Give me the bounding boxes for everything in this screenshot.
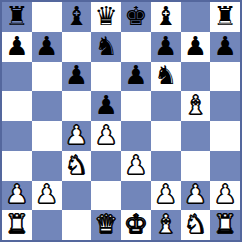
square-h2[interactable]: ♟ xyxy=(210,181,240,211)
piece-black-knight[interactable]: ♞ xyxy=(94,33,117,59)
piece-white-pawn[interactable]: ♟ xyxy=(35,181,58,207)
square-g1[interactable]: ♞ xyxy=(181,210,211,240)
square-g7[interactable]: ♟ xyxy=(181,32,211,62)
square-a6[interactable] xyxy=(2,62,32,92)
piece-black-bishop[interactable]: ♝ xyxy=(154,3,177,29)
piece-white-bishop[interactable]: ♝ xyxy=(154,211,177,237)
square-c8[interactable]: ♝ xyxy=(62,2,92,32)
square-d7[interactable]: ♞ xyxy=(91,32,121,62)
square-a8[interactable]: ♜ xyxy=(2,2,32,32)
square-f3[interactable] xyxy=(151,151,181,181)
piece-black-pawn[interactable]: ♟ xyxy=(124,62,147,88)
piece-white-bishop[interactable]: ♝ xyxy=(184,92,207,118)
square-e5[interactable] xyxy=(121,91,151,121)
piece-white-pawn[interactable]: ♟ xyxy=(5,181,28,207)
piece-black-knight[interactable]: ♞ xyxy=(154,62,177,88)
piece-black-pawn[interactable]: ♟ xyxy=(184,33,207,59)
square-b1[interactable] xyxy=(32,210,62,240)
square-f2[interactable]: ♟ xyxy=(151,181,181,211)
square-g2[interactable]: ♟ xyxy=(181,181,211,211)
piece-black-pawn[interactable]: ♟ xyxy=(94,92,117,118)
piece-white-pawn[interactable]: ♟ xyxy=(65,122,88,148)
square-d6[interactable] xyxy=(91,62,121,92)
piece-white-pawn[interactable]: ♟ xyxy=(124,152,147,178)
piece-black-rook[interactable]: ♜ xyxy=(5,3,28,29)
piece-black-pawn[interactable]: ♟ xyxy=(154,33,177,59)
square-g3[interactable] xyxy=(181,151,211,181)
square-f7[interactable]: ♟ xyxy=(151,32,181,62)
square-b8[interactable] xyxy=(32,2,62,32)
square-e8[interactable]: ♚ xyxy=(121,2,151,32)
piece-black-pawn[interactable]: ♟ xyxy=(213,33,236,59)
square-e2[interactable] xyxy=(121,181,151,211)
square-c1[interactable] xyxy=(62,210,92,240)
piece-white-pawn[interactable]: ♟ xyxy=(184,181,207,207)
square-c4[interactable]: ♟ xyxy=(62,121,92,151)
square-g6[interactable] xyxy=(181,62,211,92)
square-d5[interactable]: ♟ xyxy=(91,91,121,121)
square-e4[interactable] xyxy=(121,121,151,151)
square-g5[interactable]: ♝ xyxy=(181,91,211,121)
square-a2[interactable]: ♟ xyxy=(2,181,32,211)
square-g8[interactable] xyxy=(181,2,211,32)
square-h1[interactable]: ♜ xyxy=(210,210,240,240)
square-d3[interactable] xyxy=(91,151,121,181)
square-c5[interactable] xyxy=(62,91,92,121)
square-b2[interactable]: ♟ xyxy=(32,181,62,211)
square-e3[interactable]: ♟ xyxy=(121,151,151,181)
square-a5[interactable] xyxy=(2,91,32,121)
square-e7[interactable] xyxy=(121,32,151,62)
square-a3[interactable] xyxy=(2,151,32,181)
square-h6[interactable] xyxy=(210,62,240,92)
piece-white-king[interactable]: ♚ xyxy=(124,211,147,237)
square-b5[interactable] xyxy=(32,91,62,121)
square-h3[interactable] xyxy=(210,151,240,181)
piece-black-king[interactable]: ♚ xyxy=(124,3,147,29)
square-d8[interactable]: ♛ xyxy=(91,2,121,32)
square-d1[interactable]: ♛ xyxy=(91,210,121,240)
piece-black-pawn[interactable]: ♟ xyxy=(5,33,28,59)
square-d4[interactable]: ♟ xyxy=(91,121,121,151)
piece-white-pawn[interactable]: ♟ xyxy=(154,181,177,207)
square-c7[interactable] xyxy=(62,32,92,62)
square-f1[interactable]: ♝ xyxy=(151,210,181,240)
piece-white-rook[interactable]: ♜ xyxy=(213,211,236,237)
square-e1[interactable]: ♚ xyxy=(121,210,151,240)
piece-black-rook[interactable]: ♜ xyxy=(213,3,236,29)
square-c3[interactable]: ♞ xyxy=(62,151,92,181)
piece-black-bishop[interactable]: ♝ xyxy=(65,3,88,29)
square-h7[interactable]: ♟ xyxy=(210,32,240,62)
square-a7[interactable]: ♟ xyxy=(2,32,32,62)
square-f4[interactable] xyxy=(151,121,181,151)
piece-black-queen[interactable]: ♛ xyxy=(94,3,117,29)
square-b6[interactable] xyxy=(32,62,62,92)
piece-white-pawn[interactable]: ♟ xyxy=(94,122,117,148)
square-e6[interactable]: ♟ xyxy=(121,62,151,92)
square-b4[interactable] xyxy=(32,121,62,151)
piece-black-pawn[interactable]: ♟ xyxy=(65,62,88,88)
square-a1[interactable]: ♜ xyxy=(2,210,32,240)
piece-white-knight[interactable]: ♞ xyxy=(184,211,207,237)
square-d2[interactable] xyxy=(91,181,121,211)
square-f5[interactable] xyxy=(151,91,181,121)
piece-white-queen[interactable]: ♛ xyxy=(94,211,117,237)
square-a4[interactable] xyxy=(2,121,32,151)
square-h8[interactable]: ♜ xyxy=(210,2,240,32)
piece-white-pawn[interactable]: ♟ xyxy=(213,181,236,207)
square-f6[interactable]: ♞ xyxy=(151,62,181,92)
piece-white-knight[interactable]: ♞ xyxy=(65,152,88,178)
piece-black-pawn[interactable]: ♟ xyxy=(35,33,58,59)
square-b3[interactable] xyxy=(32,151,62,181)
square-c6[interactable]: ♟ xyxy=(62,62,92,92)
square-b7[interactable]: ♟ xyxy=(32,32,62,62)
square-f8[interactable]: ♝ xyxy=(151,2,181,32)
piece-white-rook[interactable]: ♜ xyxy=(5,211,28,237)
square-g4[interactable] xyxy=(181,121,211,151)
square-h5[interactable] xyxy=(210,91,240,121)
square-c2[interactable] xyxy=(62,181,92,211)
square-h4[interactable] xyxy=(210,121,240,151)
chess-board: ♜♝♛♚♝♜♟♟♞♟♟♟♟♟♞♟♝♟♟♞♟♟♟♟♟♟♜♛♚♝♞♜ xyxy=(0,0,242,242)
